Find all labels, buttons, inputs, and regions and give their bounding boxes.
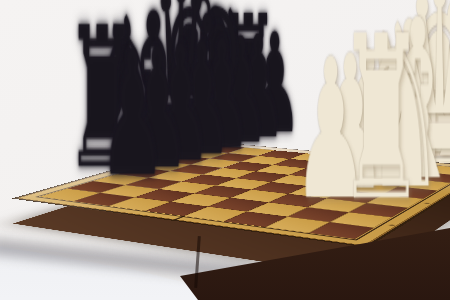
white-rook[interactable]: ♜ (338, 7, 379, 233)
black-rook[interactable]: ♜ (65, 2, 100, 197)
chessboard: ♜♞♝♛♚♝♞♜♟♟♟♟♟♟♟♟♟♟♟♟♟♟♟♟♜♞♝♛♚♝♞♜ (12, 141, 450, 247)
white-pawn[interactable]: ♟ (293, 33, 333, 226)
photo-stage: ♜♞♝♛♚♝♞♜♟♟♟♟♟♟♟♟♟♟♟♟♟♟♟♟♜♞♝♛♚♝♞♜ Chess s… (0, 0, 450, 300)
position-caption: Chess starting position on a wooden fold… (0, 0, 1, 1)
black-pawn[interactable]: ♟ (99, 27, 135, 201)
